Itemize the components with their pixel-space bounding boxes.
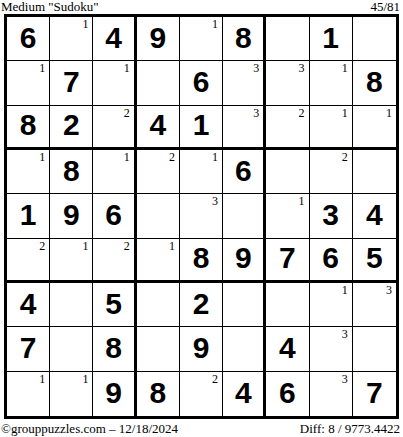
- cell-r7c4[interactable]: [137, 283, 180, 327]
- cell-r7c2[interactable]: [50, 283, 93, 327]
- header: Medium "Sudoku" 45/81: [0, 0, 403, 14]
- cell-r6c6[interactable]: 9: [223, 239, 266, 283]
- cell-mark: 3: [342, 373, 348, 385]
- cell-r1c2[interactable]: 1: [50, 17, 93, 61]
- cell-value: 1: [193, 110, 210, 142]
- cell-r5c6[interactable]: [223, 194, 266, 238]
- cell-mark: 1: [342, 107, 348, 119]
- cell-mark: 1: [39, 151, 45, 163]
- cell-r5c3[interactable]: 6: [93, 194, 136, 238]
- cell-r4c5[interactable]: 1: [180, 150, 223, 194]
- cell-value: 1: [20, 200, 37, 232]
- cell-r2c4[interactable]: [137, 61, 180, 105]
- cell-value: 9: [63, 200, 80, 232]
- cell-counter: 45/81: [370, 0, 400, 13]
- cell-value: 4: [366, 200, 383, 232]
- cell-r5c7[interactable]: 1: [266, 194, 309, 238]
- cell-r8c5[interactable]: 9: [180, 327, 223, 371]
- cell-r5c5[interactable]: 3: [180, 194, 223, 238]
- cell-mark: 1: [212, 18, 218, 30]
- puzzle-title: Medium "Sudoku": [1, 0, 99, 13]
- cell-mark: 3: [253, 62, 259, 74]
- cell-mark: 3: [386, 284, 392, 296]
- cell-mark: 2: [212, 373, 218, 385]
- cell-r9c7[interactable]: 6: [266, 372, 309, 416]
- cell-value: 4: [105, 23, 122, 55]
- cell-mark: 2: [299, 107, 305, 119]
- cell-value: 8: [193, 243, 210, 275]
- cell-value: 6: [279, 378, 296, 410]
- cell-mark: 1: [82, 18, 88, 30]
- cell-r7c9[interactable]: 3: [353, 283, 396, 327]
- cell-r1c8[interactable]: 1: [310, 17, 353, 61]
- cell-r3c4[interactable]: 4: [137, 106, 180, 150]
- cell-r6c7[interactable]: 7: [266, 239, 309, 283]
- cell-r7c5[interactable]: 2: [180, 283, 223, 327]
- cell-r1c3[interactable]: 4: [93, 17, 136, 61]
- cell-mark: 1: [386, 107, 392, 119]
- cell-r9c4[interactable]: 8: [137, 372, 180, 416]
- cell-r8c2[interactable]: [50, 327, 93, 371]
- cell-mark: 1: [124, 62, 130, 74]
- cell-r6c1[interactable]: 2: [7, 239, 50, 283]
- cell-r1c5[interactable]: 1: [180, 17, 223, 61]
- cell-value: 2: [193, 289, 210, 321]
- cell-r8c3[interactable]: 8: [93, 327, 136, 371]
- cell-r3c7[interactable]: 2: [266, 106, 309, 150]
- cell-value: 8: [366, 67, 383, 99]
- cell-mark: 1: [342, 284, 348, 296]
- cell-r9c3[interactable]: 9: [93, 372, 136, 416]
- cell-value: 6: [20, 23, 37, 55]
- copyright-text: ©grouppuzzles.com – 12/18/2024: [1, 421, 178, 437]
- cell-r3c2[interactable]: 2: [50, 106, 93, 150]
- cell-mark: 1: [82, 240, 88, 252]
- cell-r9c2[interactable]: 1: [50, 372, 93, 416]
- cell-r7c6[interactable]: [223, 283, 266, 327]
- cell-r2c2[interactable]: 7: [50, 61, 93, 105]
- cell-value: 5: [105, 289, 122, 321]
- cell-value: 3: [322, 200, 339, 232]
- cell-mark: 2: [39, 240, 45, 252]
- cell-value: 9: [235, 243, 252, 275]
- sudoku-page: { "game": "sudoku", "position": "6049080…: [0, 0, 403, 437]
- cell-r9c8[interactable]: 3: [310, 372, 353, 416]
- cell-r1c7[interactable]: [266, 17, 309, 61]
- cell-value: 8: [105, 333, 122, 365]
- cell-r9c5[interactable]: 2: [180, 372, 223, 416]
- cell-value: 9: [105, 378, 122, 410]
- footer: ©grouppuzzles.com – 12/18/2024 Diff: 8 /…: [0, 419, 403, 437]
- cell-mark: 3: [253, 107, 259, 119]
- cell-r3c1[interactable]: 8: [7, 106, 50, 150]
- cell-r3c8[interactable]: 1: [310, 106, 353, 150]
- cell-mark: 1: [169, 240, 175, 252]
- cell-r2c6[interactable]: 3: [223, 61, 266, 105]
- cell-r7c3[interactable]: 5: [93, 283, 136, 327]
- cell-value: 8: [235, 23, 252, 55]
- cell-value: 6: [105, 200, 122, 232]
- cell-mark: 3: [212, 195, 218, 207]
- cell-value: 9: [149, 23, 166, 55]
- cell-r6c5[interactable]: 8: [180, 239, 223, 283]
- cell-r8c9[interactable]: [353, 327, 396, 371]
- cell-value: 4: [279, 333, 296, 365]
- cell-r4c9[interactable]: [353, 150, 396, 194]
- cell-r6c2[interactable]: 1: [50, 239, 93, 283]
- cell-mark: 1: [299, 195, 305, 207]
- cell-r5c4[interactable]: [137, 194, 180, 238]
- cell-r8c4[interactable]: [137, 327, 180, 371]
- cell-r6c9[interactable]: 5: [353, 239, 396, 283]
- cell-value: 6: [322, 243, 339, 275]
- cell-r4c3[interactable]: 1: [93, 150, 136, 194]
- cell-mark: 1: [342, 62, 348, 74]
- cell-r2c8[interactable]: 1: [310, 61, 353, 105]
- cell-r6c3[interactable]: 2: [93, 239, 136, 283]
- cell-r6c8[interactable]: 6: [310, 239, 353, 283]
- cell-r2c9[interactable]: 8: [353, 61, 396, 105]
- cell-value: 8: [63, 156, 80, 188]
- cell-r7c7[interactable]: [266, 283, 309, 327]
- cell-value: 5: [366, 243, 383, 275]
- cell-r8c7[interactable]: 4: [266, 327, 309, 371]
- cell-r3c5[interactable]: 1: [180, 106, 223, 150]
- sudoku-grid: 6149181171633188224132111812162196313421…: [4, 14, 399, 419]
- cell-r4c4[interactable]: 2: [137, 150, 180, 194]
- cell-r3c3[interactable]: 2: [93, 106, 136, 150]
- cell-mark: 1: [39, 373, 45, 385]
- cell-value: 8: [20, 110, 37, 142]
- cell-value: 1: [322, 23, 339, 55]
- cell-r9c6[interactable]: 4: [223, 372, 266, 416]
- cell-r3c6[interactable]: 3: [223, 106, 266, 150]
- cell-r8c6[interactable]: [223, 327, 266, 371]
- cell-value: 4: [149, 110, 166, 142]
- cell-value: 7: [63, 67, 80, 99]
- cell-r2c5[interactable]: 6: [180, 61, 223, 105]
- cell-r2c1[interactable]: 1: [7, 61, 50, 105]
- cell-r1c4[interactable]: 9: [137, 17, 180, 61]
- cell-mark: 3: [299, 62, 305, 74]
- cell-mark: 1: [39, 62, 45, 74]
- cell-r2c7[interactable]: 3: [266, 61, 309, 105]
- cell-r4c6[interactable]: 6: [223, 150, 266, 194]
- cell-value: 6: [193, 67, 210, 99]
- cell-r4c8[interactable]: 2: [310, 150, 353, 194]
- cell-mark: 1: [82, 373, 88, 385]
- cell-value: 8: [149, 378, 166, 410]
- cell-r8c8[interactable]: 3: [310, 327, 353, 371]
- cell-r7c1[interactable]: 4: [7, 283, 50, 327]
- cell-r4c2[interactable]: 8: [50, 150, 93, 194]
- cell-r5c1[interactable]: 1: [7, 194, 50, 238]
- cell-value: 7: [279, 243, 296, 275]
- cell-r8c1[interactable]: 7: [7, 327, 50, 371]
- cell-r4c1[interactable]: 1: [7, 150, 50, 194]
- cell-value: 9: [193, 333, 210, 365]
- cell-mark: 1: [212, 151, 218, 163]
- cell-value: 7: [366, 378, 383, 410]
- cell-r4c7[interactable]: [266, 150, 309, 194]
- cell-value: 7: [20, 333, 37, 365]
- cell-r3c9[interactable]: 1: [353, 106, 396, 150]
- cell-value: 2: [63, 110, 80, 142]
- cell-mark: 1: [124, 151, 130, 163]
- cell-r1c1[interactable]: 6: [7, 17, 50, 61]
- cell-r9c9[interactable]: 7: [353, 372, 396, 416]
- cell-mark: 2: [169, 151, 175, 163]
- cell-mark: 2: [124, 107, 130, 119]
- cell-r1c9[interactable]: [353, 17, 396, 61]
- cell-r1c6[interactable]: 8: [223, 17, 266, 61]
- cell-r6c4[interactable]: 1: [137, 239, 180, 283]
- cell-r7c8[interactable]: 1: [310, 283, 353, 327]
- cell-mark: 2: [124, 240, 130, 252]
- difficulty-text: Diff: 8 / 9773.4422: [300, 421, 400, 437]
- cell-value: 4: [235, 378, 252, 410]
- cell-value: 6: [235, 156, 252, 188]
- cell-r5c9[interactable]: 4: [353, 194, 396, 238]
- cell-r5c2[interactable]: 9: [50, 194, 93, 238]
- cell-r9c1[interactable]: 1: [7, 372, 50, 416]
- cell-mark: 2: [342, 151, 348, 163]
- cell-value: 4: [20, 289, 37, 321]
- cell-r5c8[interactable]: 3: [310, 194, 353, 238]
- cell-r2c3[interactable]: 1: [93, 61, 136, 105]
- cell-mark: 3: [342, 328, 348, 340]
